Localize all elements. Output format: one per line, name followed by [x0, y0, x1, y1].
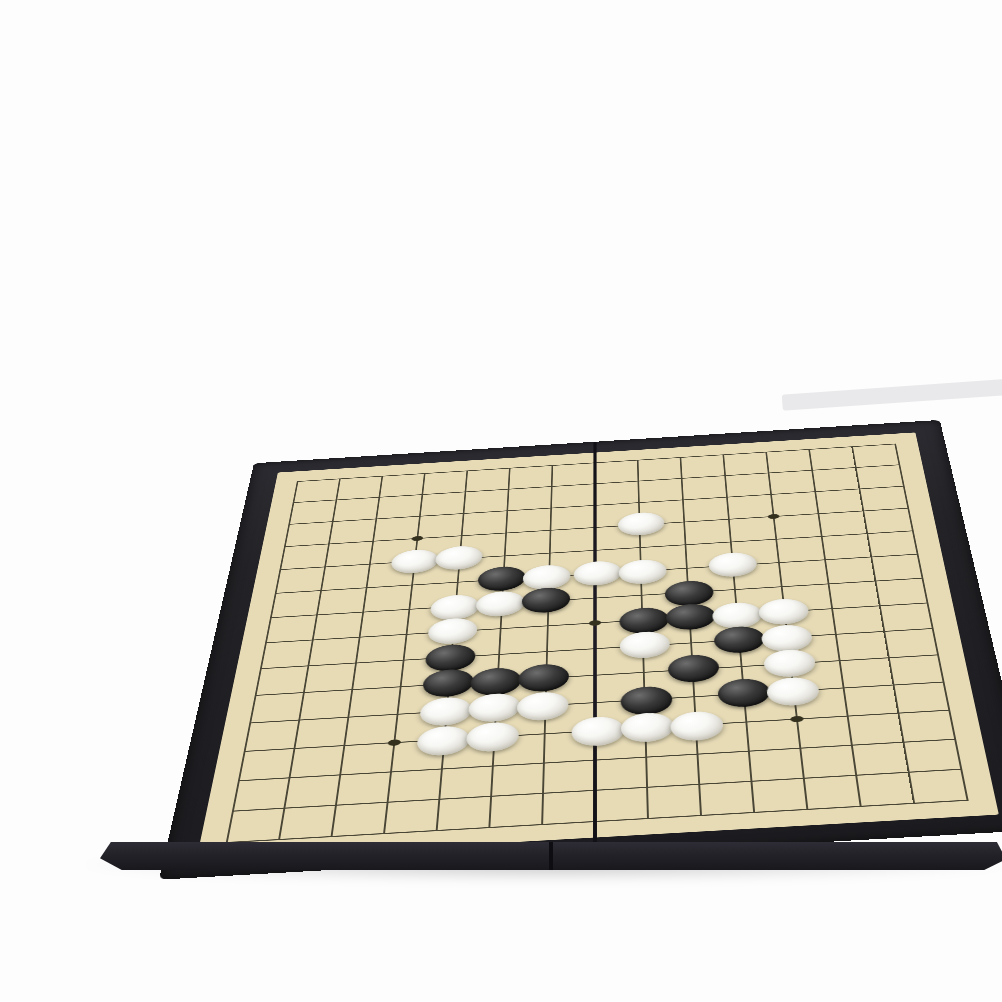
white-stone[interactable] — [419, 696, 473, 727]
intersection[interactable] — [309, 509, 356, 534]
intersection[interactable] — [744, 441, 789, 464]
intersection[interactable] — [620, 684, 670, 715]
intersection[interactable] — [364, 756, 418, 789]
intersection[interactable] — [255, 557, 304, 583]
intersection[interactable] — [712, 600, 762, 628]
intersection[interactable] — [282, 651, 334, 680]
intersection[interactable] — [618, 582, 665, 609]
intersection[interactable] — [824, 729, 880, 762]
intersection[interactable] — [424, 669, 475, 699]
intersection[interactable] — [375, 672, 427, 702]
intersection[interactable] — [530, 475, 574, 499]
intersection[interactable] — [858, 617, 911, 646]
black-stone[interactable] — [470, 667, 522, 697]
intersection[interactable] — [724, 765, 779, 799]
intersection[interactable] — [661, 509, 707, 534]
intersection[interactable] — [296, 577, 346, 604]
intersection[interactable] — [664, 579, 712, 606]
intersection[interactable] — [434, 569, 482, 596]
intersection[interactable] — [672, 768, 726, 802]
frame-front-seam — [549, 842, 553, 870]
intersection[interactable] — [663, 555, 710, 582]
intersection[interactable] — [572, 561, 618, 588]
intersection[interactable] — [616, 449, 659, 472]
intersection[interactable] — [617, 535, 663, 561]
intersection[interactable] — [520, 690, 570, 721]
white-stone[interactable] — [468, 692, 521, 723]
white-stone[interactable] — [620, 630, 671, 659]
intersection[interactable] — [828, 759, 885, 793]
intersection[interactable] — [570, 660, 619, 690]
intersection[interactable] — [485, 499, 530, 524]
intersection[interactable] — [223, 708, 277, 739]
intersection[interactable] — [916, 667, 972, 698]
intersection[interactable] — [786, 438, 832, 461]
intersection[interactable] — [752, 526, 800, 552]
intersection[interactable] — [234, 654, 287, 683]
intersection[interactable] — [526, 563, 572, 590]
intersection[interactable] — [757, 573, 807, 600]
intersection[interactable] — [399, 483, 444, 507]
intersection[interactable] — [313, 759, 368, 792]
intersection[interactable] — [616, 469, 660, 493]
intersection[interactable] — [820, 700, 875, 732]
intersection[interactable] — [722, 735, 776, 768]
intersection[interactable] — [431, 593, 479, 620]
intersection[interactable] — [470, 693, 521, 724]
star-point — [790, 716, 804, 723]
intersection[interactable] — [317, 730, 371, 762]
intersection[interactable] — [480, 566, 527, 593]
intersection[interactable] — [265, 512, 313, 537]
intersection[interactable] — [204, 794, 261, 828]
intersection[interactable] — [901, 589, 954, 617]
white-stone[interactable] — [427, 617, 478, 645]
white-stone[interactable] — [435, 545, 484, 571]
intersection[interactable] — [897, 565, 949, 592]
intersection[interactable] — [516, 777, 569, 811]
intersection[interactable] — [574, 451, 617, 474]
intersection[interactable] — [619, 658, 669, 688]
intersection[interactable] — [443, 480, 488, 504]
intersection[interactable] — [367, 727, 420, 759]
intersection[interactable] — [466, 750, 519, 783]
white-stone[interactable] — [522, 564, 570, 591]
intersection[interactable] — [770, 703, 824, 735]
intersection[interactable] — [668, 655, 718, 685]
intersection[interactable] — [326, 675, 378, 705]
intersection[interactable] — [391, 548, 439, 574]
intersection[interactable] — [707, 529, 754, 555]
white-stone[interactable] — [670, 710, 724, 742]
intersection[interactable] — [397, 504, 443, 529]
intersection[interactable] — [571, 634, 619, 663]
white-stone[interactable] — [572, 715, 625, 747]
intersection[interactable] — [854, 592, 906, 620]
intersection[interactable] — [850, 567, 901, 594]
white-stone[interactable] — [574, 560, 622, 587]
intersection[interactable] — [481, 543, 527, 569]
intersection[interactable] — [892, 541, 943, 568]
intersection[interactable] — [720, 706, 773, 738]
intersection[interactable] — [674, 798, 729, 833]
intersection[interactable] — [888, 518, 938, 544]
intersection[interactable] — [829, 435, 876, 458]
intersection[interactable] — [871, 697, 927, 729]
intersection[interactable] — [872, 432, 919, 455]
star-point — [411, 536, 423, 542]
intersection[interactable] — [426, 643, 476, 672]
intersection[interactable] — [748, 482, 795, 507]
intersection[interactable] — [415, 753, 468, 786]
intersection[interactable] — [792, 480, 839, 504]
intersection[interactable] — [620, 712, 671, 744]
intersection[interactable] — [846, 544, 896, 571]
intersection[interactable] — [330, 649, 381, 678]
white-stone[interactable] — [516, 691, 568, 722]
white-stone[interactable] — [618, 511, 665, 536]
intersection[interactable] — [277, 678, 330, 708]
black-stone[interactable] — [619, 606, 669, 634]
go-board — [159, 420, 1002, 880]
intersection[interactable] — [746, 461, 792, 485]
intersection[interactable] — [462, 810, 517, 845]
intersection[interactable] — [272, 705, 326, 736]
intersection[interactable] — [843, 521, 893, 547]
intersection[interactable] — [670, 709, 722, 741]
intersection[interactable] — [529, 496, 573, 521]
intersection[interactable] — [569, 774, 621, 808]
intersection[interactable] — [773, 732, 828, 765]
intersection[interactable] — [832, 789, 890, 824]
intersection[interactable] — [521, 663, 570, 693]
intersection[interactable] — [518, 747, 570, 780]
intersection[interactable] — [880, 474, 929, 498]
intersection[interactable] — [250, 580, 300, 607]
intersection[interactable] — [617, 490, 662, 515]
intersection[interactable] — [308, 788, 364, 822]
intersection[interactable] — [385, 596, 434, 623]
intersection[interactable] — [412, 783, 466, 817]
intersection[interactable] — [474, 640, 523, 669]
intersection[interactable] — [927, 723, 985, 756]
intersection[interactable] — [270, 491, 317, 515]
intersection[interactable] — [880, 756, 938, 790]
intersection[interactable] — [836, 477, 884, 501]
intersection[interactable] — [378, 646, 429, 675]
intersection[interactable] — [418, 724, 471, 756]
intersection[interactable] — [572, 537, 618, 563]
intersection[interactable] — [716, 652, 767, 682]
intersection[interactable] — [573, 472, 617, 496]
white-stone[interactable] — [708, 551, 758, 578]
intersection[interactable] — [342, 574, 391, 601]
intersection[interactable] — [256, 791, 313, 825]
intersection[interactable] — [519, 718, 570, 750]
black-stone[interactable] — [424, 643, 476, 672]
background-object — [782, 377, 1002, 410]
intersection[interactable] — [360, 785, 415, 819]
intersection[interactable] — [371, 699, 423, 730]
intersection[interactable] — [528, 518, 573, 543]
intersection[interactable] — [381, 620, 431, 648]
intersection[interactable] — [618, 558, 665, 585]
intersection[interactable] — [472, 666, 522, 696]
intersection[interactable] — [524, 612, 572, 640]
intersection[interactable] — [765, 649, 817, 679]
intersection[interactable] — [394, 526, 441, 551]
intersection[interactable] — [429, 617, 478, 645]
intersection[interactable] — [660, 466, 705, 490]
intersection[interactable] — [760, 598, 810, 626]
intersection[interactable] — [776, 762, 832, 796]
intersection[interactable] — [839, 498, 888, 523]
intersection[interactable] — [619, 631, 668, 660]
board-cells[interactable] — [197, 432, 998, 860]
white-stone[interactable] — [621, 712, 674, 744]
intersection[interactable] — [938, 783, 998, 818]
intersection[interactable] — [346, 551, 394, 577]
black-stone[interactable] — [668, 654, 720, 684]
intersection[interactable] — [704, 485, 750, 510]
intersection[interactable] — [618, 606, 666, 634]
intersection[interactable] — [621, 771, 674, 805]
intersection[interactable] — [438, 523, 484, 548]
black-stone[interactable] — [717, 678, 771, 709]
intersection[interactable] — [488, 457, 532, 480]
intersection[interactable] — [795, 501, 843, 526]
intersection[interactable] — [317, 467, 363, 490]
intersection[interactable] — [762, 623, 813, 652]
intersection[interactable] — [468, 721, 520, 753]
intersection[interactable] — [334, 623, 384, 651]
intersection[interactable] — [617, 512, 662, 537]
intersection[interactable] — [660, 488, 705, 513]
intersection[interactable] — [476, 615, 525, 643]
intersection[interactable] — [755, 549, 804, 576]
white-stone[interactable] — [766, 676, 821, 707]
intersection[interactable] — [527, 540, 573, 566]
intersection[interactable] — [804, 570, 854, 597]
black-stone[interactable] — [518, 663, 569, 693]
white-stone[interactable] — [475, 590, 525, 618]
white-stone[interactable] — [390, 548, 439, 574]
intersection[interactable] — [866, 670, 921, 701]
intersection[interactable] — [292, 601, 342, 629]
intersection[interactable] — [570, 715, 621, 747]
intersection[interactable] — [620, 741, 672, 774]
intersection[interactable] — [301, 554, 350, 580]
intersection[interactable] — [862, 643, 916, 673]
intersection[interactable] — [911, 640, 966, 670]
white-stone[interactable] — [763, 648, 817, 678]
intersection[interactable] — [359, 465, 404, 488]
intersection[interactable] — [402, 462, 447, 485]
intersection[interactable] — [523, 637, 572, 666]
intersection[interactable] — [260, 534, 309, 559]
black-stone[interactable] — [713, 625, 765, 654]
intersection[interactable] — [353, 507, 400, 532]
intersection[interactable] — [245, 604, 296, 632]
star-point — [589, 620, 601, 626]
intersection[interactable] — [709, 552, 757, 579]
intersection[interactable] — [807, 595, 858, 623]
black-stone[interactable] — [422, 668, 475, 698]
intersection[interactable] — [573, 493, 617, 518]
star-point — [387, 739, 401, 746]
intersection[interactable] — [531, 454, 574, 477]
intersection[interactable] — [229, 681, 283, 711]
intersection[interactable] — [810, 620, 862, 649]
intersection[interactable] — [832, 456, 879, 480]
intersection[interactable] — [338, 598, 388, 625]
intersection[interactable] — [483, 520, 529, 545]
intersection[interactable] — [240, 629, 292, 657]
intersection[interactable] — [703, 464, 748, 488]
intersection[interactable] — [570, 687, 620, 718]
intersection[interactable] — [322, 702, 375, 733]
intersection[interactable] — [876, 453, 924, 477]
intersection[interactable] — [568, 804, 621, 839]
intersection[interactable] — [701, 443, 746, 466]
intersection[interactable] — [906, 614, 960, 643]
intersection[interactable] — [669, 682, 720, 713]
black-stone[interactable] — [521, 586, 570, 613]
intersection[interactable] — [779, 792, 836, 827]
intersection[interactable] — [421, 696, 473, 727]
black-stone[interactable] — [665, 603, 716, 631]
product-photo-background: { "game": { "name": "Go (Weiqi) magnetic… — [0, 0, 1002, 1002]
white-stone[interactable] — [466, 721, 520, 753]
intersection[interactable] — [885, 786, 944, 821]
intersection[interactable] — [274, 470, 320, 493]
intersection[interactable] — [813, 646, 866, 676]
intersection[interactable] — [875, 726, 932, 759]
intersection[interactable] — [706, 507, 753, 532]
intersection[interactable] — [464, 780, 518, 814]
intersection[interactable] — [750, 504, 797, 529]
intersection[interactable] — [714, 626, 764, 655]
star-point — [768, 514, 780, 520]
black-stone[interactable] — [477, 565, 526, 592]
intersection[interactable] — [436, 546, 483, 572]
intersection[interactable] — [800, 547, 850, 574]
intersection[interactable] — [662, 532, 709, 558]
frame-front-face — [100, 842, 1002, 870]
intersection[interactable] — [573, 515, 618, 540]
intersection[interactable] — [718, 679, 770, 710]
intersection[interactable] — [621, 801, 675, 836]
intersection[interactable] — [356, 485, 402, 509]
intersection[interactable] — [932, 753, 991, 787]
intersection[interactable] — [210, 765, 266, 798]
intersection[interactable] — [921, 695, 978, 727]
intersection[interactable] — [767, 676, 820, 707]
intersection[interactable] — [797, 524, 846, 550]
intersection[interactable] — [884, 496, 934, 521]
intersection[interactable] — [726, 795, 782, 830]
white-stone[interactable] — [758, 598, 810, 626]
intersection[interactable] — [445, 459, 489, 482]
intersection[interactable] — [305, 531, 353, 556]
intersection[interactable] — [569, 744, 621, 777]
intersection[interactable] — [441, 501, 487, 526]
intersection[interactable] — [671, 738, 724, 771]
intersection[interactable] — [217, 736, 272, 768]
intersection[interactable] — [287, 626, 338, 654]
intersection[interactable] — [515, 807, 569, 842]
intersection[interactable] — [817, 673, 871, 704]
intersection[interactable] — [572, 584, 619, 611]
intersection[interactable] — [486, 477, 530, 501]
intersection[interactable] — [571, 609, 619, 637]
intersection[interactable] — [349, 529, 396, 554]
intersection[interactable] — [659, 446, 703, 469]
intersection[interactable] — [525, 587, 572, 614]
intersection[interactable] — [267, 733, 322, 765]
intersection[interactable] — [711, 576, 760, 603]
intersection[interactable] — [261, 762, 317, 795]
intersection[interactable] — [665, 603, 714, 631]
intersection[interactable] — [478, 590, 526, 617]
intersection[interactable] — [667, 629, 717, 658]
intersection[interactable] — [388, 572, 436, 599]
intersection[interactable] — [789, 458, 836, 482]
intersection[interactable] — [313, 488, 360, 512]
